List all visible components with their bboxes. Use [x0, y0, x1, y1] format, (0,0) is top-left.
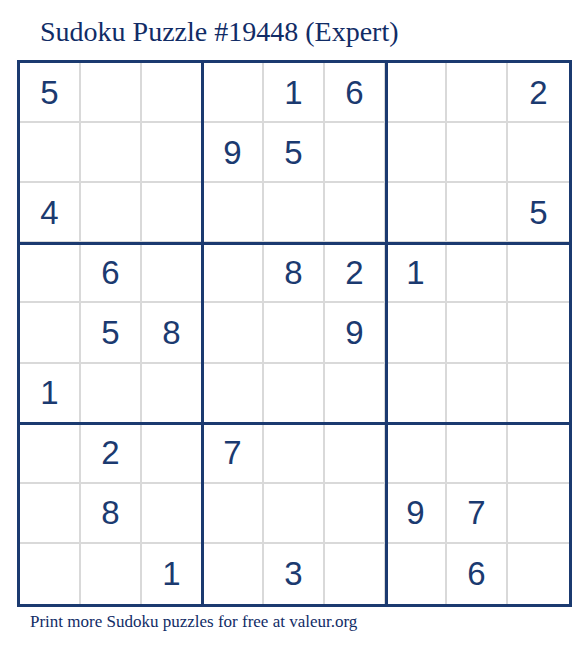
cell-r6c4[interactable] [203, 364, 264, 424]
cell-r4c5[interactable]: 8 [264, 243, 325, 303]
cell-r3c6[interactable] [325, 183, 386, 243]
cell-r1c4[interactable] [203, 63, 264, 123]
cell-r9c4[interactable] [203, 544, 264, 604]
cell-r7c9[interactable] [508, 424, 569, 484]
cell-r7c6[interactable] [325, 424, 386, 484]
cell-r1c5[interactable]: 1 [264, 63, 325, 123]
cell-r2c4[interactable]: 9 [203, 123, 264, 183]
cell-r3c3[interactable] [142, 183, 203, 243]
cell-r6c2[interactable] [81, 364, 142, 424]
cell-r9c9[interactable] [508, 544, 569, 604]
cell-r1c2[interactable] [81, 63, 142, 123]
cell-r4c1[interactable] [20, 243, 81, 303]
cell-r7c1[interactable] [20, 424, 81, 484]
cell-r4c4[interactable] [203, 243, 264, 303]
cell-r3c2[interactable] [81, 183, 142, 243]
cell-r3c5[interactable] [264, 183, 325, 243]
cell-r8c2[interactable]: 8 [81, 484, 142, 544]
cell-r5c2[interactable]: 5 [81, 303, 142, 363]
cell-r9c6[interactable] [325, 544, 386, 604]
cell-r5c5[interactable] [264, 303, 325, 363]
cell-r1c9[interactable]: 2 [508, 63, 569, 123]
cell-r8c1[interactable] [20, 484, 81, 544]
cell-r4c7[interactable]: 1 [386, 243, 447, 303]
cell-r8c7[interactable]: 9 [386, 484, 447, 544]
sudoku-board: 516295456821589127897136 [17, 60, 572, 607]
cell-r1c1[interactable]: 5 [20, 63, 81, 123]
cell-r5c8[interactable] [447, 303, 508, 363]
cell-r9c7[interactable] [386, 544, 447, 604]
cell-r2c5[interactable]: 5 [264, 123, 325, 183]
cell-r7c5[interactable] [264, 424, 325, 484]
cell-r2c6[interactable] [325, 123, 386, 183]
cell-r1c7[interactable] [386, 63, 447, 123]
cell-r9c3[interactable]: 1 [142, 544, 203, 604]
cell-r6c5[interactable] [264, 364, 325, 424]
cell-r8c4[interactable] [203, 484, 264, 544]
cell-r2c3[interactable] [142, 123, 203, 183]
cell-r9c1[interactable] [20, 544, 81, 604]
cell-r4c3[interactable] [142, 243, 203, 303]
cell-r9c2[interactable] [81, 544, 142, 604]
cell-r2c7[interactable] [386, 123, 447, 183]
cell-r6c7[interactable] [386, 364, 447, 424]
cell-r6c6[interactable] [325, 364, 386, 424]
cell-r5c6[interactable]: 9 [325, 303, 386, 363]
cell-r6c8[interactable] [447, 364, 508, 424]
cell-r3c9[interactable]: 5 [508, 183, 569, 243]
footer-text: Print more Sudoku puzzles for free at va… [30, 612, 357, 632]
cell-r6c3[interactable] [142, 364, 203, 424]
cell-r5c3[interactable]: 8 [142, 303, 203, 363]
page-title: Sudoku Puzzle #19448 (Expert) [40, 16, 399, 48]
cell-r5c1[interactable] [20, 303, 81, 363]
cell-r1c6[interactable]: 6 [325, 63, 386, 123]
cell-r8c6[interactable] [325, 484, 386, 544]
cell-r6c1[interactable]: 1 [20, 364, 81, 424]
cell-r3c4[interactable] [203, 183, 264, 243]
cell-r4c2[interactable]: 6 [81, 243, 142, 303]
sudoku-cell-grid: 516295456821589127897136 [20, 63, 569, 604]
cell-r5c4[interactable] [203, 303, 264, 363]
cell-r8c9[interactable] [508, 484, 569, 544]
cell-r7c2[interactable]: 2 [81, 424, 142, 484]
cell-r5c7[interactable] [386, 303, 447, 363]
cell-r8c3[interactable] [142, 484, 203, 544]
cell-r6c9[interactable] [508, 364, 569, 424]
cell-r8c5[interactable] [264, 484, 325, 544]
cell-r7c4[interactable]: 7 [203, 424, 264, 484]
cell-r5c9[interactable] [508, 303, 569, 363]
cell-r4c8[interactable] [447, 243, 508, 303]
cell-r3c7[interactable] [386, 183, 447, 243]
cell-r9c5[interactable]: 3 [264, 544, 325, 604]
cell-r3c1[interactable]: 4 [20, 183, 81, 243]
cell-r2c9[interactable] [508, 123, 569, 183]
cell-r7c8[interactable] [447, 424, 508, 484]
cell-r7c7[interactable] [386, 424, 447, 484]
cell-r9c8[interactable]: 6 [447, 544, 508, 604]
cell-r1c3[interactable] [142, 63, 203, 123]
cell-r7c3[interactable] [142, 424, 203, 484]
cell-r3c8[interactable] [447, 183, 508, 243]
cell-r4c9[interactable] [508, 243, 569, 303]
cell-r2c8[interactable] [447, 123, 508, 183]
cell-r4c6[interactable]: 2 [325, 243, 386, 303]
cell-r1c8[interactable] [447, 63, 508, 123]
cell-r2c2[interactable] [81, 123, 142, 183]
cell-r2c1[interactable] [20, 123, 81, 183]
cell-r8c8[interactable]: 7 [447, 484, 508, 544]
